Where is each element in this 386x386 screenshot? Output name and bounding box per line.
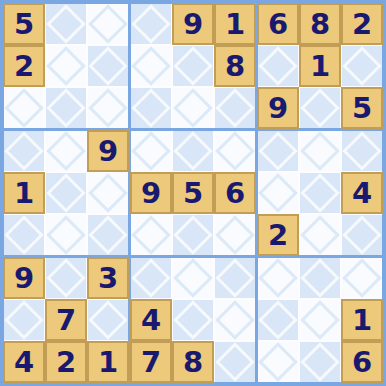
cell-r6c9[interactable] <box>342 215 382 255</box>
cell-r1c1: 5 <box>4 4 44 44</box>
cell-r7c6[interactable] <box>215 258 255 298</box>
cell-r8c9: 1 <box>342 300 382 340</box>
sudoku-box-6: 42 <box>258 131 382 255</box>
cell-r3c9: 5 <box>342 88 382 128</box>
cell-r1c4[interactable] <box>131 4 171 44</box>
cell-r5c5: 5 <box>173 173 213 213</box>
cell-r2c4[interactable] <box>131 46 171 86</box>
cell-r5c6: 6 <box>215 173 255 213</box>
sudoku-box-8: 478 <box>131 258 255 382</box>
cell-r2c9[interactable] <box>342 46 382 86</box>
cell-r4c5[interactable] <box>173 131 213 171</box>
cell-r3c6[interactable] <box>215 88 255 128</box>
cell-r1c8: 8 <box>300 4 340 44</box>
cell-r8c4: 4 <box>131 300 171 340</box>
cell-r7c7[interactable] <box>258 258 298 298</box>
cell-r4c7[interactable] <box>258 131 298 171</box>
cell-r7c1: 9 <box>4 258 44 298</box>
cell-r1c5: 9 <box>173 4 213 44</box>
cell-r6c8[interactable] <box>300 215 340 255</box>
cell-r1c6: 1 <box>215 4 255 44</box>
cell-r6c4[interactable] <box>131 215 171 255</box>
cell-r3c5[interactable] <box>173 88 213 128</box>
cell-r5c2[interactable] <box>46 173 86 213</box>
cell-r4c4[interactable] <box>131 131 171 171</box>
cell-r9c6[interactable] <box>215 342 255 382</box>
cell-r6c5[interactable] <box>173 215 213 255</box>
cell-r1c3[interactable] <box>88 4 128 44</box>
cell-r4c2[interactable] <box>46 131 86 171</box>
cell-r6c3[interactable] <box>88 215 128 255</box>
cell-r2c6: 8 <box>215 46 255 86</box>
cell-r7c5[interactable] <box>173 258 213 298</box>
cell-r2c2[interactable] <box>46 46 86 86</box>
cell-r6c7: 2 <box>258 215 298 255</box>
cell-r4c1[interactable] <box>4 131 44 171</box>
cell-r8c5[interactable] <box>173 300 213 340</box>
cell-r8c7[interactable] <box>258 300 298 340</box>
cell-r4c8[interactable] <box>300 131 340 171</box>
cell-r3c2[interactable] <box>46 88 86 128</box>
cell-r3c1[interactable] <box>4 88 44 128</box>
cell-r1c7: 6 <box>258 4 298 44</box>
cell-r5c1: 1 <box>4 173 44 213</box>
sudoku-box-3: 682195 <box>258 4 382 128</box>
cell-r9c2: 2 <box>46 342 86 382</box>
cell-r4c3: 9 <box>88 131 128 171</box>
cell-r2c8: 1 <box>300 46 340 86</box>
cell-r2c1: 2 <box>4 46 44 86</box>
sudoku-board: 52918682195919564293742147816 <box>0 0 386 386</box>
cell-r5c8[interactable] <box>300 173 340 213</box>
cell-r3c4[interactable] <box>131 88 171 128</box>
cell-r2c3[interactable] <box>88 46 128 86</box>
cell-r8c8[interactable] <box>300 300 340 340</box>
sudoku-box-5: 956 <box>131 131 255 255</box>
cell-r4c9[interactable] <box>342 131 382 171</box>
sudoku-box-7: 937421 <box>4 258 128 382</box>
cell-r9c3: 1 <box>88 342 128 382</box>
cell-r8c3[interactable] <box>88 300 128 340</box>
cell-r2c7[interactable] <box>258 46 298 86</box>
cell-r9c7[interactable] <box>258 342 298 382</box>
sudoku-box-1: 52 <box>4 4 128 128</box>
cell-r8c2: 7 <box>46 300 86 340</box>
cell-r5c9: 4 <box>342 173 382 213</box>
cell-r3c8[interactable] <box>300 88 340 128</box>
cell-r7c2[interactable] <box>46 258 86 298</box>
cell-r7c8[interactable] <box>300 258 340 298</box>
cell-r6c2[interactable] <box>46 215 86 255</box>
cell-r1c9: 2 <box>342 4 382 44</box>
cell-r7c4[interactable] <box>131 258 171 298</box>
cell-r4c6[interactable] <box>215 131 255 171</box>
cell-r8c1[interactable] <box>4 300 44 340</box>
sudoku-box-9: 16 <box>258 258 382 382</box>
cell-r9c1: 4 <box>4 342 44 382</box>
cell-r7c9[interactable] <box>342 258 382 298</box>
cell-r5c4: 9 <box>131 173 171 213</box>
cell-r9c9: 6 <box>342 342 382 382</box>
sudoku-box-4: 91 <box>4 131 128 255</box>
cell-r3c7: 9 <box>258 88 298 128</box>
cell-r2c5[interactable] <box>173 46 213 86</box>
sudoku-box-2: 918 <box>131 4 255 128</box>
cell-r5c3[interactable] <box>88 173 128 213</box>
cell-r3c3[interactable] <box>88 88 128 128</box>
cell-r1c2[interactable] <box>46 4 86 44</box>
cell-r8c6[interactable] <box>215 300 255 340</box>
cell-r9c5: 8 <box>173 342 213 382</box>
cell-r6c6[interactable] <box>215 215 255 255</box>
cell-r5c7[interactable] <box>258 173 298 213</box>
cell-r6c1[interactable] <box>4 215 44 255</box>
cell-r7c3: 3 <box>88 258 128 298</box>
cell-r9c4: 7 <box>131 342 171 382</box>
cell-r9c8[interactable] <box>300 342 340 382</box>
